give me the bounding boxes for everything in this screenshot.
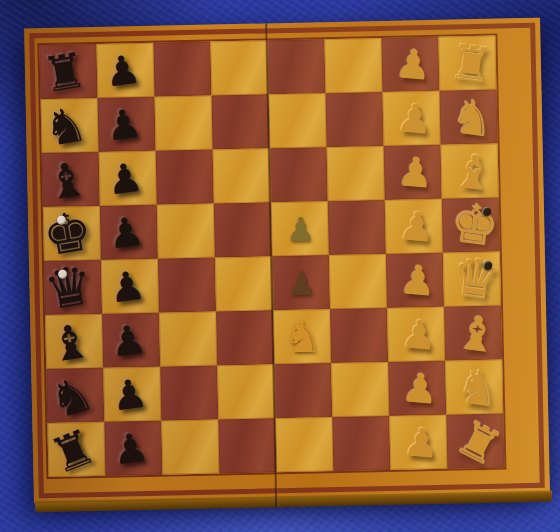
piece-white-pawn[interactable]: ♟: [387, 251, 448, 310]
photo-background-fabric: ♜♟♟♜♞♟♟♞♝♟♟♝♚♟♟♟♚♛♟♟♟♛♝♟♞♟♝♞♟♟♞♜♟♟♜: [0, 0, 560, 532]
square-h2[interactable]: ♟: [381, 37, 439, 92]
square-b6[interactable]: [160, 365, 218, 420]
piece-white-rook[interactable]: ♜: [440, 33, 503, 94]
square-e1[interactable]: ♚: [442, 198, 500, 253]
square-a3[interactable]: [332, 416, 390, 471]
square-a2[interactable]: ♟: [389, 415, 447, 470]
square-f6[interactable]: [156, 150, 214, 205]
spare-light-knight[interactable]: ♞: [274, 310, 331, 364]
square-e5[interactable]: [214, 202, 272, 257]
square-b7[interactable]: ♟: [103, 367, 161, 422]
square-e2[interactable]: ♟: [385, 199, 443, 254]
piece-white-bishop[interactable]: ♝: [446, 303, 509, 364]
square-h7[interactable]: ♟: [96, 43, 154, 98]
square-b2[interactable]: ♟: [388, 361, 446, 416]
square-f5[interactable]: [213, 148, 271, 203]
piece-white-pawn[interactable]: ♟: [383, 35, 444, 94]
square-e3[interactable]: [328, 200, 386, 255]
square-g7[interactable]: ♟: [98, 97, 156, 152]
square-h3[interactable]: [324, 38, 382, 93]
square-h6[interactable]: [153, 42, 211, 97]
square-c5[interactable]: [216, 310, 274, 365]
piece-black-pawn[interactable]: ♟: [91, 40, 154, 101]
square-b3[interactable]: [331, 362, 389, 417]
piece-black-bishop[interactable]: ♝: [37, 311, 102, 374]
piece-white-knight[interactable]: ♞: [447, 357, 510, 418]
square-b1[interactable]: ♞: [445, 360, 503, 415]
square-g5[interactable]: [212, 94, 270, 149]
square-c2[interactable]: ♟: [387, 307, 445, 362]
square-g8[interactable]: ♞: [41, 98, 99, 153]
square-e4[interactable]: ♟: [271, 201, 329, 256]
square-d3[interactable]: [329, 254, 387, 309]
square-a5[interactable]: [218, 418, 276, 473]
square-f2[interactable]: ♟: [384, 145, 442, 200]
square-d4[interactable]: ♟: [272, 255, 330, 310]
square-c8[interactable]: ♝: [45, 314, 103, 369]
square-g3[interactable]: [326, 92, 384, 147]
square-d7[interactable]: ♟: [101, 259, 159, 314]
spare-olive-pawn[interactable]: ♟: [272, 202, 329, 256]
square-c3[interactable]: [330, 308, 388, 363]
square-a8[interactable]: ♜: [47, 422, 105, 477]
square-a7[interactable]: ♟: [104, 421, 162, 476]
piece-white-queen[interactable]: ♛: [444, 249, 507, 310]
spare-dark-brown-pawn[interactable]: ♟: [273, 256, 330, 310]
piece-white-pawn[interactable]: ♟: [385, 143, 446, 202]
square-e6[interactable]: [157, 204, 215, 259]
piece-black-pawn[interactable]: ♟: [99, 418, 162, 479]
piece-white-knight[interactable]: ♞: [441, 87, 504, 148]
square-g1[interactable]: ♞: [439, 90, 497, 145]
piece-white-pawn[interactable]: ♟: [384, 89, 445, 148]
square-d5[interactable]: [215, 256, 273, 311]
square-g6[interactable]: [155, 96, 213, 151]
piece-white-pawn[interactable]: ♟: [386, 197, 447, 256]
square-d6[interactable]: [158, 258, 216, 313]
square-f7[interactable]: ♟: [99, 151, 157, 206]
square-d2[interactable]: ♟: [386, 253, 444, 308]
piece-black-pawn[interactable]: ♟: [92, 94, 155, 155]
piece-white-pawn[interactable]: ♟: [388, 305, 449, 364]
square-h1[interactable]: ♜: [438, 36, 496, 91]
chess-board: ♜♟♟♜♞♟♟♞♝♟♟♝♚♟♟♟♚♛♟♟♟♛♝♟♞♟♝♞♟♟♞♜♟♟♜: [24, 18, 550, 504]
piece-black-pawn[interactable]: ♟: [97, 310, 160, 371]
square-b4[interactable]: [274, 363, 332, 418]
square-c4[interactable]: ♞: [273, 309, 331, 364]
square-e8[interactable]: ♚: [43, 206, 101, 261]
square-b5[interactable]: [217, 364, 275, 419]
board-squares-grid: ♜♟♟♜♞♟♟♞♝♟♟♝♚♟♟♟♚♛♟♟♟♛♝♟♞♟♝♞♟♟♞♜♟♟♜: [39, 36, 504, 477]
square-a6[interactable]: [161, 419, 219, 474]
square-c6[interactable]: [159, 311, 217, 366]
piece-white-rook[interactable]: ♜: [441, 406, 516, 480]
piece-white-pawn[interactable]: ♟: [390, 359, 451, 418]
square-d1[interactable]: ♛: [443, 252, 501, 307]
square-h8[interactable]: ♜: [39, 44, 97, 99]
piece-black-pawn[interactable]: ♟: [93, 148, 156, 209]
square-g4[interactable]: [269, 93, 327, 148]
square-a4[interactable]: [275, 417, 333, 472]
square-b8[interactable]: ♞: [46, 368, 104, 423]
square-f8[interactable]: ♝: [42, 152, 100, 207]
square-h5[interactable]: [210, 40, 268, 95]
piece-black-pawn[interactable]: ♟: [94, 202, 157, 263]
square-a1[interactable]: ♜: [446, 414, 504, 469]
square-e7[interactable]: ♟: [100, 205, 158, 260]
square-h4[interactable]: [267, 39, 325, 94]
square-d8[interactable]: ♛: [44, 260, 102, 315]
square-c7[interactable]: ♟: [102, 313, 160, 368]
square-g2[interactable]: ♟: [382, 91, 440, 146]
piece-black-pawn[interactable]: ♟: [98, 364, 161, 425]
square-f3[interactable]: [327, 146, 385, 201]
piece-white-pawn[interactable]: ♟: [391, 413, 452, 472]
square-f1[interactable]: ♝: [441, 144, 499, 199]
square-f4[interactable]: [270, 147, 328, 202]
piece-black-pawn[interactable]: ♟: [95, 256, 158, 317]
square-c1[interactable]: ♝: [444, 306, 502, 361]
